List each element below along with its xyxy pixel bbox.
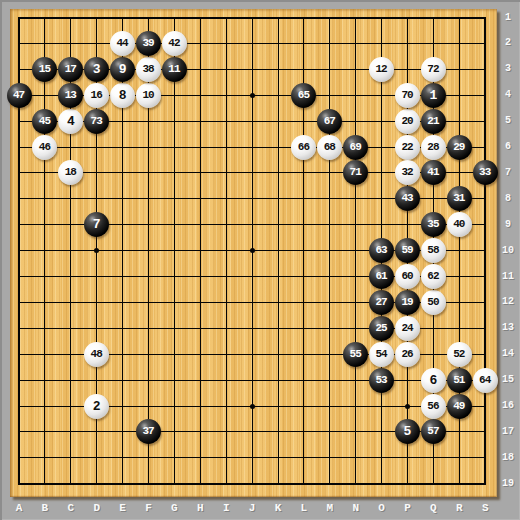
stone-number: 69 <box>343 135 368 160</box>
stone-66: 66 <box>291 135 316 160</box>
column-label: A <box>10 501 28 517</box>
stone-number: 53 <box>369 368 394 393</box>
stone-17: 17 <box>58 57 83 82</box>
stone-1: 1 <box>421 83 446 108</box>
row-label: 4 <box>497 87 519 103</box>
stone-60: 60 <box>395 264 420 289</box>
stone-43: 43 <box>395 186 420 211</box>
row-label: 6 <box>497 139 519 155</box>
stone-18: 18 <box>58 160 83 185</box>
column-label: E <box>114 501 132 517</box>
stone-number: 56 <box>421 394 446 419</box>
row-label: 17 <box>497 424 519 440</box>
column-label: C <box>62 501 80 517</box>
stone-41: 41 <box>421 160 446 185</box>
stone-10: 10 <box>136 83 161 108</box>
stone-63: 63 <box>369 238 394 263</box>
stone-number: 22 <box>395 135 420 160</box>
stone-number: 71 <box>343 160 368 185</box>
stone-38: 38 <box>136 57 161 82</box>
column-label: I <box>217 501 235 517</box>
stone-3: 3 <box>84 57 109 82</box>
stone-50: 50 <box>421 290 446 315</box>
stone-55: 55 <box>343 342 368 367</box>
column-label: Q <box>424 501 442 517</box>
stone-number: 63 <box>369 238 394 263</box>
stone-37: 37 <box>136 419 161 444</box>
stone-number: 51 <box>447 368 472 393</box>
stone-number: 49 <box>447 394 472 419</box>
stone-49: 49 <box>447 394 472 419</box>
stone-number: 4 <box>58 109 83 134</box>
stone-47: 47 <box>7 83 32 108</box>
row-label: 9 <box>497 217 519 233</box>
stone-number: 62 <box>421 264 446 289</box>
column-label: R <box>450 501 468 517</box>
stone-31: 31 <box>447 186 472 211</box>
row-label: 16 <box>497 398 519 414</box>
row-label: 13 <box>497 320 519 336</box>
stone-56: 56 <box>421 394 446 419</box>
stone-54: 54 <box>369 342 394 367</box>
row-label: 3 <box>497 61 519 77</box>
stone-number: 25 <box>369 316 394 341</box>
star-point <box>250 248 255 253</box>
stone-28: 28 <box>421 135 446 160</box>
stone-number: 65 <box>291 83 316 108</box>
grid-line <box>18 483 486 485</box>
stone-number: 50 <box>421 290 446 315</box>
stone-number: 58 <box>421 238 446 263</box>
stone-22: 22 <box>395 135 420 160</box>
star-point <box>250 404 255 409</box>
stone-number: 46 <box>32 135 57 160</box>
stone-number: 26 <box>395 342 420 367</box>
stone-number: 19 <box>395 290 420 315</box>
column-label: S <box>476 501 494 517</box>
stone-number: 54 <box>369 342 394 367</box>
column-label: N <box>347 501 365 517</box>
stone-number: 67 <box>317 109 342 134</box>
stone-5: 5 <box>395 419 420 444</box>
stone-number: 27 <box>369 290 394 315</box>
stone-68: 68 <box>317 135 342 160</box>
stone-19: 19 <box>395 290 420 315</box>
column-label: L <box>295 501 313 517</box>
stone-number: 59 <box>395 238 420 263</box>
stone-number: 45 <box>32 109 57 134</box>
stone-number: 44 <box>110 31 135 56</box>
stone-62: 62 <box>421 264 446 289</box>
stone-40: 40 <box>447 212 472 237</box>
stone-53: 53 <box>369 368 394 393</box>
stone-20: 20 <box>395 109 420 134</box>
stone-72: 72 <box>421 57 446 82</box>
stone-71: 71 <box>343 160 368 185</box>
stone-number: 11 <box>162 57 187 82</box>
star-point <box>405 404 410 409</box>
row-label: 7 <box>497 165 519 181</box>
column-label: G <box>165 501 183 517</box>
stone-number: 9 <box>110 57 135 82</box>
stone-25: 25 <box>369 316 394 341</box>
stone-21: 21 <box>421 109 446 134</box>
stone-number: 43 <box>395 186 420 211</box>
go-board[interactable]: 1234567891011121315161718192021222425262… <box>10 9 497 497</box>
stone-number: 70 <box>395 83 420 108</box>
column-label: B <box>36 501 54 517</box>
column-label: J <box>243 501 261 517</box>
stone-number: 48 <box>84 342 109 367</box>
stone-48: 48 <box>84 342 109 367</box>
stone-73: 73 <box>84 109 109 134</box>
row-label: 8 <box>497 191 519 207</box>
star-point <box>94 248 99 253</box>
stone-13: 13 <box>58 83 83 108</box>
stone-number: 10 <box>136 83 161 108</box>
stone-51: 51 <box>447 368 472 393</box>
stone-6: 6 <box>421 368 446 393</box>
stone-number: 1 <box>421 83 446 108</box>
stone-69: 69 <box>343 135 368 160</box>
column-label: D <box>88 501 106 517</box>
stone-59: 59 <box>395 238 420 263</box>
stone-11: 11 <box>162 57 187 82</box>
stone-2: 2 <box>84 394 109 419</box>
stone-8: 8 <box>110 83 135 108</box>
column-label: O <box>373 501 391 517</box>
stone-number: 21 <box>421 109 446 134</box>
stone-number: 66 <box>291 135 316 160</box>
stone-number: 31 <box>447 186 472 211</box>
stone-number: 33 <box>473 160 498 185</box>
stone-number: 42 <box>162 31 187 56</box>
stone-number: 7 <box>84 212 109 237</box>
stone-number: 29 <box>447 135 472 160</box>
stone-35: 35 <box>421 212 446 237</box>
stone-number: 13 <box>58 83 83 108</box>
stone-number: 57 <box>421 419 446 444</box>
stone-29: 29 <box>447 135 472 160</box>
stone-number: 61 <box>369 264 394 289</box>
stone-number: 60 <box>395 264 420 289</box>
row-label: 11 <box>497 269 519 285</box>
stone-number: 8 <box>110 83 135 108</box>
grid-line <box>18 457 486 458</box>
stone-number: 32 <box>395 160 420 185</box>
row-label: 10 <box>497 243 519 259</box>
stone-number: 24 <box>395 316 420 341</box>
stone-61: 61 <box>369 264 394 289</box>
grid-line <box>18 380 486 381</box>
grid-line <box>18 17 486 19</box>
stone-number: 16 <box>84 83 109 108</box>
stone-12: 12 <box>369 57 394 82</box>
stone-number: 52 <box>447 342 472 367</box>
stone-number: 72 <box>421 57 446 82</box>
stone-number: 18 <box>58 160 83 185</box>
stone-70: 70 <box>395 83 420 108</box>
row-label: 18 <box>497 450 519 466</box>
stone-4: 4 <box>58 109 83 134</box>
stone-33: 33 <box>473 160 498 185</box>
stone-64: 64 <box>473 368 498 393</box>
stone-39: 39 <box>136 31 161 56</box>
stone-16: 16 <box>84 83 109 108</box>
stone-42: 42 <box>162 31 187 56</box>
column-label: P <box>399 501 417 517</box>
stone-number: 68 <box>317 135 342 160</box>
row-label: 1 <box>497 10 519 26</box>
stone-58: 58 <box>421 238 446 263</box>
stone-number: 6 <box>421 368 446 393</box>
stone-number: 35 <box>421 212 446 237</box>
row-label: 15 <box>497 372 519 388</box>
stone-number: 17 <box>58 57 83 82</box>
stone-number: 38 <box>136 57 161 82</box>
stone-7: 7 <box>84 212 109 237</box>
stone-number: 47 <box>7 83 32 108</box>
column-label: H <box>191 501 209 517</box>
stone-65: 65 <box>291 83 316 108</box>
stone-number: 40 <box>447 212 472 237</box>
stone-number: 2 <box>84 394 109 419</box>
row-label: 5 <box>497 113 519 129</box>
stone-number: 73 <box>84 109 109 134</box>
stone-9: 9 <box>110 57 135 82</box>
star-point <box>250 93 255 98</box>
row-label: 2 <box>497 35 519 51</box>
row-label: 19 <box>497 476 519 492</box>
kifu-diagram: 1234567891011121315161718192021222425262… <box>0 0 520 520</box>
stone-number: 28 <box>421 135 446 160</box>
grid-line <box>18 43 486 44</box>
column-label: K <box>269 501 287 517</box>
column-label: F <box>140 501 158 517</box>
stone-number: 12 <box>369 57 394 82</box>
stone-26: 26 <box>395 342 420 367</box>
stone-number: 15 <box>32 57 57 82</box>
column-label: M <box>321 501 339 517</box>
stone-52: 52 <box>447 342 472 367</box>
stone-number: 41 <box>421 160 446 185</box>
stone-67: 67 <box>317 109 342 134</box>
stone-24: 24 <box>395 316 420 341</box>
stone-number: 37 <box>136 419 161 444</box>
stone-15: 15 <box>32 57 57 82</box>
stone-number: 3 <box>84 57 109 82</box>
stone-number: 39 <box>136 31 161 56</box>
stone-number: 55 <box>343 342 368 367</box>
stone-27: 27 <box>369 290 394 315</box>
row-label: 14 <box>497 346 519 362</box>
row-label: 12 <box>497 294 519 310</box>
stone-number: 5 <box>395 419 420 444</box>
stone-45: 45 <box>32 109 57 134</box>
stone-57: 57 <box>421 419 446 444</box>
stone-number: 20 <box>395 109 420 134</box>
stone-number: 64 <box>473 368 498 393</box>
stone-32: 32 <box>395 160 420 185</box>
stone-46: 46 <box>32 135 57 160</box>
stone-44: 44 <box>110 31 135 56</box>
